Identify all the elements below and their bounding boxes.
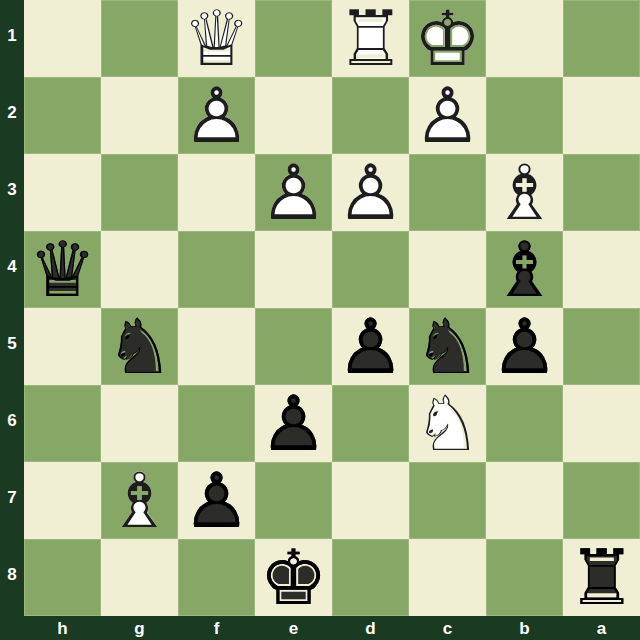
rank-labels: 12345678 xyxy=(0,0,24,616)
piece-white-bishop-b3[interactable]: ♝♗ xyxy=(486,154,563,231)
square-a2[interactable] xyxy=(563,77,640,154)
chessboard-frame: 12345678 ♛♕♜♖♚♔♟♙♟♙♟♙♟♙♝♗♛♕♝♗♞♘♟♙♞♘♟♙♟♙♞… xyxy=(0,0,640,640)
piece-black-pawn-d5[interactable]: ♟♙ xyxy=(332,308,409,385)
piece-glyph-fill: ♟ xyxy=(255,154,332,231)
square-d6[interactable] xyxy=(332,385,409,462)
piece-white-pawn-d3[interactable]: ♟♙ xyxy=(332,154,409,231)
square-c2[interactable]: ♟♙ xyxy=(409,77,486,154)
file-label-e: e xyxy=(255,616,332,640)
piece-white-knight-c6[interactable]: ♞♘ xyxy=(409,385,486,462)
rank-label-4: 4 xyxy=(0,231,24,308)
file-label-d: d xyxy=(332,616,409,640)
square-h8[interactable] xyxy=(24,539,101,616)
square-g1[interactable] xyxy=(101,0,178,77)
square-d2[interactable] xyxy=(332,77,409,154)
square-a6[interactable] xyxy=(563,385,640,462)
piece-glyph-fill: ♟ xyxy=(332,154,409,231)
square-h6[interactable] xyxy=(24,385,101,462)
square-h2[interactable] xyxy=(24,77,101,154)
square-a1[interactable] xyxy=(563,0,640,77)
piece-glyph-outline: ♙ xyxy=(486,308,563,385)
square-d5[interactable]: ♟♙ xyxy=(332,308,409,385)
square-c5[interactable]: ♞♘ xyxy=(409,308,486,385)
square-b6[interactable] xyxy=(486,385,563,462)
piece-white-king-c1[interactable]: ♚♔ xyxy=(409,0,486,77)
piece-white-bishop-g7[interactable]: ♝♗ xyxy=(101,462,178,539)
piece-glyph-outline: ♙ xyxy=(178,462,255,539)
piece-glyph-fill: ♞ xyxy=(409,385,486,462)
square-e3[interactable]: ♟♙ xyxy=(255,154,332,231)
rank-label-6: 6 xyxy=(0,385,24,462)
piece-black-bishop-b4[interactable]: ♝♗ xyxy=(486,231,563,308)
square-f1[interactable]: ♛♕ xyxy=(178,0,255,77)
piece-glyph-fill: ♝ xyxy=(486,231,563,308)
square-e1[interactable] xyxy=(255,0,332,77)
piece-glyph-fill: ♚ xyxy=(409,0,486,77)
piece-glyph-outline: ♘ xyxy=(101,308,178,385)
piece-glyph-fill: ♛ xyxy=(178,0,255,77)
piece-white-pawn-f2[interactable]: ♟♙ xyxy=(178,77,255,154)
square-f8[interactable] xyxy=(178,539,255,616)
piece-glyph-outline: ♗ xyxy=(101,462,178,539)
piece-glyph-outline: ♕ xyxy=(178,0,255,77)
square-a4[interactable] xyxy=(563,231,640,308)
square-d4[interactable] xyxy=(332,231,409,308)
piece-white-queen-f1[interactable]: ♛♕ xyxy=(178,0,255,77)
file-labels: hgfedcba xyxy=(24,616,640,640)
square-h1[interactable] xyxy=(24,0,101,77)
piece-black-queen-h4[interactable]: ♛♕ xyxy=(24,231,101,308)
piece-glyph-fill: ♟ xyxy=(486,308,563,385)
piece-white-pawn-c2[interactable]: ♟♙ xyxy=(409,77,486,154)
piece-glyph-fill: ♟ xyxy=(332,308,409,385)
square-h4[interactable]: ♛♕ xyxy=(24,231,101,308)
square-e7[interactable] xyxy=(255,462,332,539)
chessboard: ♛♕♜♖♚♔♟♙♟♙♟♙♟♙♝♗♛♕♝♗♞♘♟♙♞♘♟♙♟♙♞♘♝♗♟♙♚♔♜♖ xyxy=(24,0,640,616)
piece-black-pawn-e6[interactable]: ♟♙ xyxy=(255,385,332,462)
square-e8[interactable]: ♚♔ xyxy=(255,539,332,616)
file-label-a: a xyxy=(563,616,640,640)
square-b4[interactable]: ♝♗ xyxy=(486,231,563,308)
square-g4[interactable] xyxy=(101,231,178,308)
square-b2[interactable] xyxy=(486,77,563,154)
rank-label-2: 2 xyxy=(0,77,24,154)
piece-glyph-outline: ♙ xyxy=(255,385,332,462)
piece-glyph-outline: ♔ xyxy=(255,539,332,616)
piece-black-knight-g5[interactable]: ♞♘ xyxy=(101,308,178,385)
square-f6[interactable] xyxy=(178,385,255,462)
square-e5[interactable] xyxy=(255,308,332,385)
piece-glyph-outline: ♙ xyxy=(332,308,409,385)
square-b1[interactable] xyxy=(486,0,563,77)
square-f2[interactable]: ♟♙ xyxy=(178,77,255,154)
square-c3[interactable] xyxy=(409,154,486,231)
piece-glyph-outline: ♖ xyxy=(332,0,409,77)
file-label-f: f xyxy=(178,616,255,640)
piece-glyph-outline: ♔ xyxy=(409,0,486,77)
square-f7[interactable]: ♟♙ xyxy=(178,462,255,539)
piece-glyph-fill: ♚ xyxy=(255,539,332,616)
rank-label-8: 8 xyxy=(0,539,24,616)
square-c4[interactable] xyxy=(409,231,486,308)
square-b3[interactable]: ♝♗ xyxy=(486,154,563,231)
square-f5[interactable] xyxy=(178,308,255,385)
square-c6[interactable]: ♞♘ xyxy=(409,385,486,462)
piece-glyph-fill: ♞ xyxy=(409,308,486,385)
piece-white-rook-d1[interactable]: ♜♖ xyxy=(332,0,409,77)
piece-glyph-fill: ♟ xyxy=(178,462,255,539)
piece-glyph-outline: ♕ xyxy=(24,231,101,308)
piece-glyph-fill: ♟ xyxy=(178,77,255,154)
square-f4[interactable] xyxy=(178,231,255,308)
square-b5[interactable]: ♟♙ xyxy=(486,308,563,385)
square-g2[interactable] xyxy=(101,77,178,154)
piece-glyph-fill: ♜ xyxy=(332,0,409,77)
rank-label-1: 1 xyxy=(0,0,24,77)
square-b8[interactable] xyxy=(486,539,563,616)
piece-glyph-fill: ♝ xyxy=(101,462,178,539)
piece-black-pawn-f7[interactable]: ♟♙ xyxy=(178,462,255,539)
square-g6[interactable] xyxy=(101,385,178,462)
square-e2[interactable] xyxy=(255,77,332,154)
square-c8[interactable] xyxy=(409,539,486,616)
square-a7[interactable] xyxy=(563,462,640,539)
piece-black-pawn-b5[interactable]: ♟♙ xyxy=(486,308,563,385)
square-d3[interactable]: ♟♙ xyxy=(332,154,409,231)
square-h3[interactable] xyxy=(24,154,101,231)
file-label-g: g xyxy=(101,616,178,640)
piece-glyph-outline: ♘ xyxy=(409,308,486,385)
rank-label-7: 7 xyxy=(0,462,24,539)
piece-glyph-outline: ♗ xyxy=(486,231,563,308)
piece-glyph-fill: ♜ xyxy=(563,539,640,616)
square-f3[interactable] xyxy=(178,154,255,231)
piece-glyph-outline: ♙ xyxy=(255,154,332,231)
piece-glyph-fill: ♝ xyxy=(486,154,563,231)
square-c7[interactable] xyxy=(409,462,486,539)
rank-label-3: 3 xyxy=(0,154,24,231)
piece-white-pawn-e3[interactable]: ♟♙ xyxy=(255,154,332,231)
square-d1[interactable]: ♜♖ xyxy=(332,0,409,77)
file-label-h: h xyxy=(24,616,101,640)
square-h7[interactable] xyxy=(24,462,101,539)
square-g7[interactable]: ♝♗ xyxy=(101,462,178,539)
piece-glyph-fill: ♟ xyxy=(409,77,486,154)
square-a3[interactable] xyxy=(563,154,640,231)
piece-glyph-outline: ♗ xyxy=(486,154,563,231)
square-d8[interactable] xyxy=(332,539,409,616)
square-e6[interactable]: ♟♙ xyxy=(255,385,332,462)
piece-glyph-outline: ♙ xyxy=(409,77,486,154)
piece-glyph-fill: ♞ xyxy=(101,308,178,385)
square-e4[interactable] xyxy=(255,231,332,308)
piece-glyph-outline: ♙ xyxy=(332,154,409,231)
piece-glyph-outline: ♙ xyxy=(178,77,255,154)
piece-glyph-outline: ♖ xyxy=(563,539,640,616)
piece-black-rook-a8[interactable]: ♜♖ xyxy=(563,539,640,616)
piece-black-knight-c5[interactable]: ♞♘ xyxy=(409,308,486,385)
square-g5[interactable]: ♞♘ xyxy=(101,308,178,385)
square-b7[interactable] xyxy=(486,462,563,539)
square-d7[interactable] xyxy=(332,462,409,539)
square-g8[interactable] xyxy=(101,539,178,616)
square-a8[interactable]: ♜♖ xyxy=(563,539,640,616)
rank-label-5: 5 xyxy=(0,308,24,385)
square-g3[interactable] xyxy=(101,154,178,231)
square-h5[interactable] xyxy=(24,308,101,385)
square-c1[interactable]: ♚♔ xyxy=(409,0,486,77)
file-label-c: c xyxy=(409,616,486,640)
piece-glyph-fill: ♟ xyxy=(255,385,332,462)
piece-glyph-fill: ♛ xyxy=(24,231,101,308)
piece-black-king-e8[interactable]: ♚♔ xyxy=(255,539,332,616)
piece-glyph-outline: ♘ xyxy=(409,385,486,462)
square-a5[interactable] xyxy=(563,308,640,385)
file-label-b: b xyxy=(486,616,563,640)
